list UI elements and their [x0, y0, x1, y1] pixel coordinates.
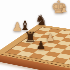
white-pawn-piece: ♟	[12, 21, 23, 33]
white-bishop-piece: ♝	[59, 3, 69, 14]
white-king-piece: ♚	[51, 0, 66, 16]
chess-board	[0, 24, 70, 70]
chess-set-photo: ♟ ♝ ♜ ♞ ♟ ♚ ♝ ♟	[0, 0, 70, 70]
